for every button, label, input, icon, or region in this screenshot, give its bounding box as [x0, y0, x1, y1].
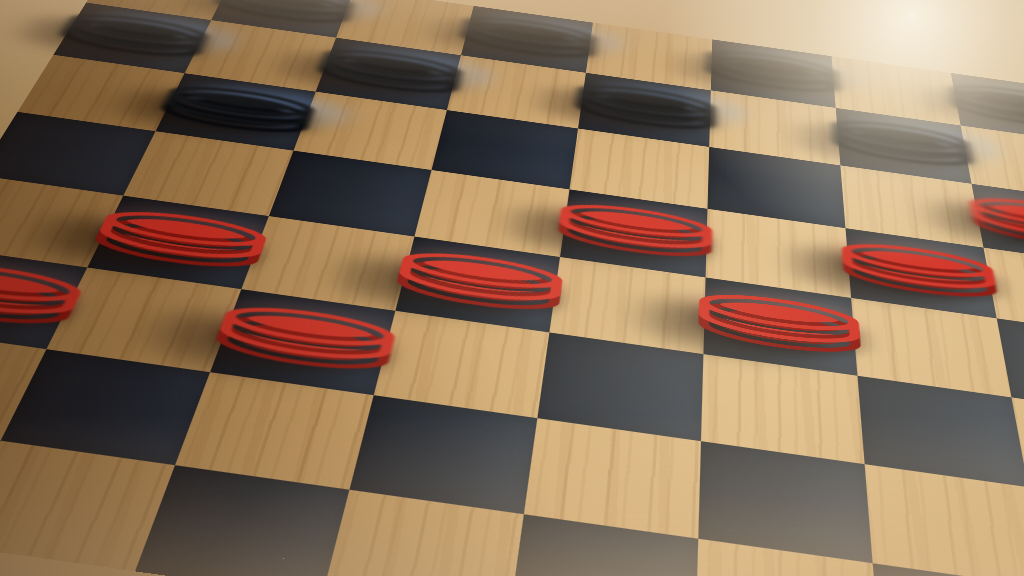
red-checker[interactable]: ⛂ [0, 257, 82, 312]
checkers-photo-scene: ⛂⛂⛂⛂⛂⛂⛂⛂⛂⛂⛂⛂⛂⛂⛂⛂⛂ [0, 0, 1024, 576]
checkers-board: ⛂⛂⛂⛂⛂⛂⛂⛂⛂⛂⛂⛂⛂⛂⛂⛂⛂ [0, 0, 1024, 576]
black-checker[interactable]: ⛂ [68, 10, 207, 49]
black-checker[interactable]: ⛂ [325, 45, 459, 85]
red-checker[interactable]: ⛂ [224, 300, 392, 356]
black-checker[interactable]: ⛂ [169, 81, 313, 124]
red-checker[interactable]: ⛂ [973, 192, 1024, 237]
red-checker[interactable]: ⛂ [704, 288, 854, 341]
black-checker[interactable]: ⛂ [582, 80, 711, 121]
red-checker[interactable]: ⛂ [104, 205, 266, 256]
black-checker[interactable]: ⛂ [467, 13, 592, 51]
black-checker[interactable]: ⛂ [711, 46, 833, 84]
black-checker[interactable]: ⛂ [836, 116, 966, 158]
red-checker[interactable]: ⛂ [404, 247, 559, 299]
black-checker[interactable]: ⛂ [952, 80, 1024, 119]
red-checker[interactable]: ⛂ [564, 198, 707, 246]
black-checker[interactable]: ⛂ [222, 0, 352, 16]
red-checker[interactable]: ⛂ [846, 237, 990, 286]
